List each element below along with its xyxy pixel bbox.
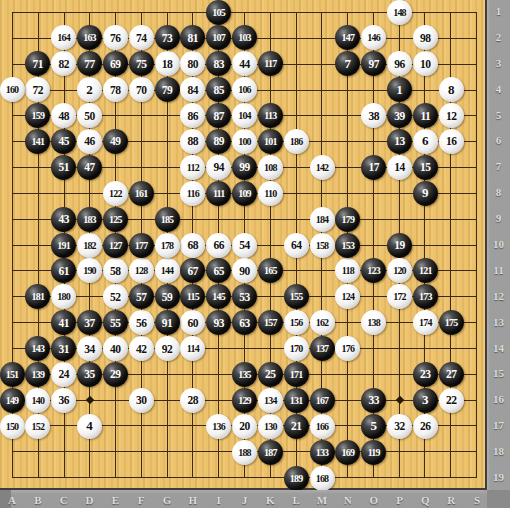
stone-white[interactable]: 142 [310,155,335,180]
stone-white[interactable]: 68 [180,233,205,258]
stone-black[interactable]: 105 [206,0,231,25]
grid-cell [450,193,476,219]
stone-white[interactable]: 50 [77,103,102,128]
row-label: 4 [487,83,510,95]
stone-white[interactable]: 116 [180,181,205,206]
stone-white[interactable]: 150 [0,414,25,439]
grid-cell [321,90,347,116]
stone-black[interactable]: 183 [77,207,102,232]
stone-black[interactable]: 111 [206,181,231,206]
stone-black[interactable]: 35 [77,362,102,387]
column-label: R [441,494,461,506]
stone-black[interactable]: 51 [51,155,76,180]
stone-white[interactable]: 40 [103,336,128,361]
stone-white[interactable]: 64 [284,233,309,258]
grid-cell [141,141,167,167]
stone-white[interactable]: 160 [0,77,25,102]
stone-white[interactable]: 140 [25,388,50,413]
stone-black[interactable]: 131 [284,388,309,413]
stone-black[interactable]: 191 [51,233,76,258]
stone-black[interactable]: 13 [387,129,412,154]
row-label: 10 [487,238,510,250]
stone-black[interactable]: 5 [361,414,386,439]
row-label: 8 [487,186,510,198]
stone-white[interactable]: 28 [180,388,205,413]
stone-white[interactable]: 112 [180,155,205,180]
stone-white[interactable]: 24 [51,362,76,387]
grid-cell [399,451,425,477]
grid-cell [450,219,476,245]
stone-black[interactable]: 49 [103,129,128,154]
stone-black[interactable]: 109 [232,181,257,206]
stone-black[interactable]: 23 [413,362,438,387]
grid-cell [424,219,450,245]
row-label: 17 [487,419,510,431]
grid-cell [296,12,322,38]
stone-white[interactable]: 170 [284,336,309,361]
stone-white[interactable]: 32 [387,414,412,439]
stone-white[interactable]: 94 [206,155,231,180]
stone-white[interactable]: 128 [129,258,154,283]
stone-black[interactable]: 19 [387,233,412,258]
column-label: B [28,494,48,506]
stone-white[interactable]: 34 [77,336,102,361]
stone-black[interactable]: 167 [310,388,335,413]
grid-cell [450,12,476,38]
stone-white[interactable]: 168 [310,466,335,491]
row-label: 5 [487,109,510,121]
grid-cell [141,115,167,141]
stone-white[interactable]: 16 [439,129,464,154]
stone-white[interactable]: 186 [284,129,309,154]
column-label: S [467,494,487,506]
stone-white[interactable]: 166 [310,414,335,439]
stone-black[interactable]: 161 [129,181,154,206]
stone-white[interactable]: 122 [103,181,128,206]
grid-cell [296,38,322,64]
stone-black[interactable]: 17 [361,155,386,180]
stone-white[interactable]: 22 [439,388,464,413]
stone-black[interactable]: 45 [51,129,76,154]
stone-white[interactable]: 18 [155,51,180,76]
stone-white[interactable]: 106 [232,77,257,102]
column-label: K [260,494,280,506]
row-label: 11 [487,264,510,276]
row-label: 7 [487,160,510,172]
stone-black[interactable]: 173 [413,284,438,309]
stone-black[interactable]: 69 [103,51,128,76]
row-label: 14 [487,342,510,354]
stone-white[interactable]: 4 [77,414,102,439]
stone-black[interactable]: 129 [232,388,257,413]
column-label: A [2,494,22,506]
grid-cell [38,451,64,477]
stone-black[interactable]: 43 [51,207,76,232]
stone-white[interactable]: 54 [232,233,257,258]
column-label: P [390,494,410,506]
row-label: 9 [487,212,510,224]
column-label: E [105,494,125,506]
stone-black[interactable]: 177 [129,233,154,258]
stone-white[interactable]: 66 [206,233,231,258]
stone-white[interactable]: 108 [258,155,283,180]
column-label: Q [415,494,435,506]
stone-black[interactable]: 135 [232,362,257,387]
grid-cell [450,451,476,477]
stone-white[interactable]: 104 [232,103,257,128]
grid-cell [64,451,90,477]
stone-black[interactable]: 189 [284,466,309,491]
grid-cell [450,167,476,193]
row-label: 15 [487,367,510,379]
stone-black[interactable]: 33 [361,388,386,413]
stone-black[interactable]: 133 [310,440,335,465]
stone-white[interactable]: 134 [258,388,283,413]
row-coordinates-strip: 12345678910111213141516171819 [487,0,510,508]
stone-white[interactable]: 42 [129,336,154,361]
stone-black[interactable]: 27 [439,362,464,387]
stone-white[interactable]: 162 [310,310,335,335]
grid-cell [450,425,476,451]
stone-black[interactable]: 151 [0,362,25,387]
stone-black[interactable]: 57 [129,284,154,309]
stone-white[interactable]: 144 [155,258,180,283]
grid-cell [373,348,399,374]
grid-cell [167,425,193,451]
grid-cell [141,425,167,451]
stone-white[interactable]: 174 [413,310,438,335]
stone-black[interactable]: 153 [335,233,360,258]
stone-black[interactable]: 117 [258,51,283,76]
row-label: 6 [487,134,510,146]
column-label: C [54,494,74,506]
stone-black[interactable]: 99 [232,155,257,180]
grid-cell [296,64,322,90]
grid-cell [12,451,38,477]
column-label: N [338,494,358,506]
grid-cell [12,219,38,245]
row-label: 13 [487,316,510,328]
stone-black[interactable]: 59 [155,284,180,309]
stone-white[interactable]: 46 [77,129,102,154]
stone-black[interactable]: 15 [413,155,438,180]
grid-cell [373,193,399,219]
grid-cell [192,451,218,477]
corner-bottom-right [487,490,510,508]
stone-black[interactable]: 113 [258,103,283,128]
grid-cell [424,451,450,477]
stone-black[interactable]: 149 [0,388,25,413]
stone-white[interactable]: 148 [387,0,412,25]
column-label: F [131,494,151,506]
column-label: M [312,494,332,506]
stone-white[interactable]: 30 [129,388,154,413]
stone-black[interactable]: 1 [387,77,412,102]
grid-cell [141,451,167,477]
stone-white[interactable]: 8 [439,77,464,102]
grid-cell [296,90,322,116]
column-label: O [364,494,384,506]
stone-white[interactable]: 6 [413,129,438,154]
grid-cell [321,115,347,141]
stone-black[interactable]: 55 [103,310,128,335]
stone-white[interactable]: 36 [51,388,76,413]
stone-white[interactable]: 158 [310,233,335,258]
stone-black[interactable]: 179 [335,207,360,232]
stone-black[interactable]: 3 [413,388,438,413]
stone-black[interactable]: 79 [155,77,180,102]
stone-black[interactable]: 125 [103,207,128,232]
stone-white[interactable]: 10 [413,51,438,76]
stone-white[interactable]: 130 [258,414,283,439]
stone-white[interactable]: 14 [387,155,412,180]
grid-cell [12,167,38,193]
go-board-viewer: 1234567891011121314151617181920212223242… [0,0,510,508]
stone-white[interactable]: 178 [155,233,180,258]
column-label: J [235,494,255,506]
grid-cell [12,12,38,38]
stone-black[interactable]: 175 [439,310,464,335]
stone-black[interactable]: 157 [258,310,283,335]
stone-white[interactable]: 188 [232,440,257,465]
stone-black[interactable]: 119 [361,440,386,465]
stone-white[interactable]: 152 [25,414,50,439]
stone-black[interactable]: 47 [77,155,102,180]
grid-cell [450,270,476,296]
grid-cell [167,451,193,477]
stone-white[interactable]: 20 [232,414,257,439]
stone-black[interactable]: 73 [155,25,180,50]
stone-black[interactable]: 185 [155,207,180,232]
stone-white[interactable]: 184 [310,207,335,232]
row-label: 1 [487,5,510,17]
column-label: H [183,494,203,506]
column-label: L [286,494,306,506]
column-label: G [157,494,177,506]
row-label: 12 [487,290,510,302]
stone-black[interactable]: 21 [284,414,309,439]
stone-white[interactable]: 2 [77,77,102,102]
stone-white[interactable]: 74 [129,25,154,50]
stone-white[interactable]: 110 [258,181,283,206]
stone-black[interactable]: 25 [258,362,283,387]
grid-cell [115,451,141,477]
stone-black[interactable]: 155 [284,284,309,309]
stone-black[interactable]: 91 [155,310,180,335]
stone-white[interactable]: 136 [206,414,231,439]
stone-white[interactable]: 12 [439,103,464,128]
grid-cell [12,245,38,271]
column-label: I [209,494,229,506]
stone-black[interactable]: 171 [284,362,309,387]
row-label: 19 [487,471,510,483]
stone-white[interactable]: 156 [284,310,309,335]
row-label: 18 [487,445,510,457]
stone-white[interactable]: 78 [103,77,128,102]
stone-black[interactable]: 9 [413,181,438,206]
stone-black[interactable]: 75 [129,51,154,76]
stone-black[interactable]: 63 [232,310,257,335]
grid-cell [115,425,141,451]
stone-white[interactable]: 100 [232,129,257,154]
stone-black[interactable]: 11 [413,103,438,128]
stone-white[interactable]: 56 [129,310,154,335]
stone-black[interactable]: 89 [206,129,231,154]
stone-black[interactable]: 169 [335,440,360,465]
grid-cell [450,245,476,271]
stone-black[interactable]: 39 [387,103,412,128]
stone-black[interactable]: 29 [103,362,128,387]
grid-cell [12,193,38,219]
row-label: 16 [487,393,510,405]
stone-black[interactable]: 37 [77,310,102,335]
stone-white[interactable]: 26 [413,414,438,439]
grid-cell [270,12,296,38]
stone-white[interactable]: 52 [103,284,128,309]
stone-white[interactable]: 92 [155,336,180,361]
stone-black[interactable]: 127 [103,233,128,258]
column-coordinates-strip: ABCDEFGHIJKLMNOPQRS [0,490,510,508]
stone-black[interactable]: 187 [258,440,283,465]
column-label: D [80,494,100,506]
go-board[interactable]: 1234567891011121314151617181920212223242… [0,0,487,490]
row-label: 3 [487,57,510,69]
row-label: 2 [487,31,510,43]
stone-white[interactable]: 182 [77,233,102,258]
grid-cell [450,38,476,64]
stone-black[interactable]: 101 [258,129,283,154]
grid-cell [89,451,115,477]
stone-white[interactable]: 70 [129,77,154,102]
stone-black[interactable]: 137 [310,336,335,361]
